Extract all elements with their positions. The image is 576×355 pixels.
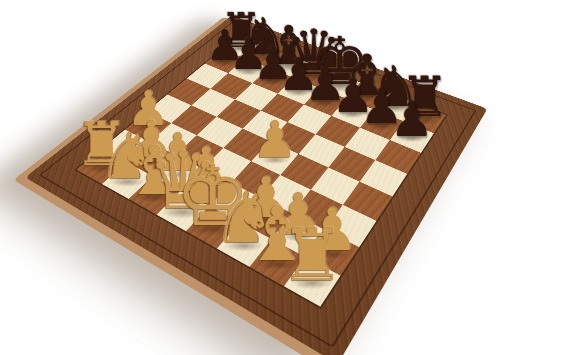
chess-board — [25, 15, 487, 355]
chess-set-photo: ♜♞♝♛♚♝♞♜♟♟♟♟♟♟♟♟♜♞♝♛♚♞♝♜♟♟♟♟♟♟♟♟ — [0, 0, 576, 355]
perspective-scene — [0, 0, 576, 355]
board-squares — [77, 36, 446, 306]
